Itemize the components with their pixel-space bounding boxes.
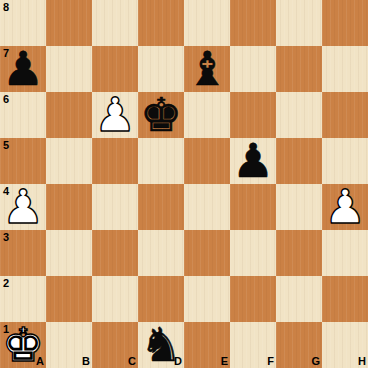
board-square[interactable] [230, 46, 276, 92]
board-square[interactable]: 3 [0, 230, 46, 276]
board-square[interactable]: 8 [0, 0, 46, 46]
black-pawn[interactable]: ♟ [230, 138, 276, 184]
board-square[interactable] [322, 0, 368, 46]
board-square[interactable] [92, 184, 138, 230]
board-square[interactable]: H [322, 322, 368, 368]
board-square[interactable] [184, 138, 230, 184]
board-square[interactable]: D♞ [138, 322, 184, 368]
board-square[interactable]: 7♟ [0, 46, 46, 92]
rank-label: 5 [3, 139, 9, 151]
board-square[interactable] [92, 138, 138, 184]
board-square[interactable] [46, 138, 92, 184]
white-pawn[interactable]: ♟ [92, 92, 138, 138]
white-pawn[interactable]: ♟ [0, 184, 46, 230]
black-knight[interactable]: ♞ [138, 322, 184, 368]
board-square[interactable] [230, 184, 276, 230]
board-square[interactable]: B [46, 322, 92, 368]
board-square[interactable] [138, 230, 184, 276]
board-square[interactable] [46, 0, 92, 46]
board-square[interactable] [230, 276, 276, 322]
file-label: E [221, 355, 228, 367]
board-square[interactable] [230, 92, 276, 138]
file-label: H [358, 355, 366, 367]
board-square[interactable] [46, 276, 92, 322]
board-square[interactable] [92, 276, 138, 322]
board-square[interactable] [230, 230, 276, 276]
board-square[interactable] [184, 184, 230, 230]
board-square[interactable] [46, 92, 92, 138]
white-pawn[interactable]: ♟ [322, 184, 368, 230]
board-square[interactable]: ♚ [138, 92, 184, 138]
board-square[interactable]: E [184, 322, 230, 368]
board-square[interactable] [322, 46, 368, 92]
board-square[interactable] [184, 0, 230, 46]
board-square[interactable] [276, 46, 322, 92]
board-square[interactable] [276, 184, 322, 230]
board-square[interactable]: ♟ [322, 184, 368, 230]
white-king[interactable]: ♚ [0, 322, 46, 368]
file-label: C [128, 355, 136, 367]
board-square[interactable]: F [230, 322, 276, 368]
board-square[interactable] [46, 230, 92, 276]
board-square[interactable]: 1A♚ [0, 322, 46, 368]
board-square[interactable] [322, 276, 368, 322]
board-square[interactable]: 4♟ [0, 184, 46, 230]
rank-label: 8 [3, 1, 9, 13]
file-label: B [82, 355, 90, 367]
board-square[interactable] [184, 276, 230, 322]
board-square[interactable] [138, 184, 184, 230]
chess-board: 87♟♝6♟♚5♟4♟♟321A♚BCD♞EFGH [0, 0, 368, 368]
board-square[interactable]: ♝ [184, 46, 230, 92]
board-square[interactable]: ♟ [92, 92, 138, 138]
board-square[interactable] [276, 0, 322, 46]
board-square[interactable]: 5 [0, 138, 46, 184]
board-square[interactable] [138, 276, 184, 322]
board-square[interactable] [322, 138, 368, 184]
board-square[interactable]: 2 [0, 276, 46, 322]
black-pawn[interactable]: ♟ [0, 46, 46, 92]
board-square[interactable] [46, 184, 92, 230]
board-square[interactable] [138, 138, 184, 184]
board-square[interactable] [184, 230, 230, 276]
file-label: F [267, 355, 274, 367]
board-square[interactable] [92, 46, 138, 92]
board-square[interactable] [46, 46, 92, 92]
board-square[interactable]: 6 [0, 92, 46, 138]
board-square[interactable] [230, 0, 276, 46]
board-square[interactable] [276, 92, 322, 138]
black-king[interactable]: ♚ [138, 92, 184, 138]
board-square[interactable]: C [92, 322, 138, 368]
board-square[interactable] [322, 230, 368, 276]
board-square[interactable] [276, 230, 322, 276]
black-bishop[interactable]: ♝ [184, 46, 230, 92]
board-square[interactable] [92, 230, 138, 276]
board-square[interactable]: G [276, 322, 322, 368]
board-square[interactable] [276, 276, 322, 322]
board-square[interactable] [276, 138, 322, 184]
board-square[interactable] [322, 92, 368, 138]
rank-label: 2 [3, 277, 9, 289]
board-square[interactable] [138, 46, 184, 92]
board-square[interactable] [184, 92, 230, 138]
board-square[interactable]: ♟ [230, 138, 276, 184]
board-square[interactable] [92, 0, 138, 46]
board-square[interactable] [138, 0, 184, 46]
file-label: G [311, 355, 320, 367]
